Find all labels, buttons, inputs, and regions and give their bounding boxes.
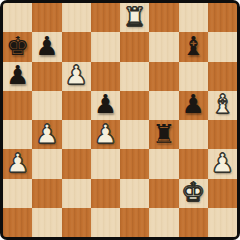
square-c8[interactable]: [62, 3, 91, 32]
square-b5[interactable]: [32, 91, 61, 120]
square-d6[interactable]: [91, 62, 120, 91]
square-a2[interactable]: [3, 179, 32, 208]
square-e5[interactable]: [120, 91, 149, 120]
square-f8[interactable]: [149, 3, 178, 32]
square-b1[interactable]: [32, 208, 61, 237]
square-f3[interactable]: [149, 149, 178, 178]
square-g4[interactable]: [179, 120, 208, 149]
black-bishop[interactable]: ♝: [181, 33, 204, 59]
square-c1[interactable]: [62, 208, 91, 237]
square-a5[interactable]: [3, 91, 32, 120]
square-b3[interactable]: [32, 149, 61, 178]
white-pawn[interactable]: ♟: [64, 62, 87, 88]
white-pawn[interactable]: ♟: [94, 121, 117, 147]
square-d7[interactable]: [91, 32, 120, 61]
square-h1[interactable]: [208, 208, 237, 237]
black-pawn[interactable]: ♟: [94, 91, 117, 117]
square-d1[interactable]: [91, 208, 120, 237]
square-f7[interactable]: [149, 32, 178, 61]
square-c4[interactable]: [62, 120, 91, 149]
square-a4[interactable]: [3, 120, 32, 149]
square-a7[interactable]: ♚: [3, 32, 32, 61]
square-c7[interactable]: [62, 32, 91, 61]
square-h2[interactable]: [208, 179, 237, 208]
square-e3[interactable]: [120, 149, 149, 178]
square-d3[interactable]: [91, 149, 120, 178]
square-h5[interactable]: ♝: [208, 91, 237, 120]
square-b4[interactable]: ♟: [32, 120, 61, 149]
black-king[interactable]: ♚: [6, 33, 29, 59]
square-c2[interactable]: [62, 179, 91, 208]
board-frame: ♜♚♟♝♟♟♟♟♝♟♟♜♟♟♚: [0, 0, 240, 240]
square-h4[interactable]: [208, 120, 237, 149]
white-king[interactable]: ♚: [181, 179, 204, 205]
square-a1[interactable]: [3, 208, 32, 237]
square-e8[interactable]: ♜: [120, 3, 149, 32]
black-pawn[interactable]: ♟: [6, 62, 29, 88]
square-d8[interactable]: [91, 3, 120, 32]
black-pawn[interactable]: ♟: [181, 91, 204, 117]
square-f2[interactable]: [149, 179, 178, 208]
square-f6[interactable]: [149, 62, 178, 91]
white-pawn[interactable]: ♟: [211, 150, 234, 176]
square-a3[interactable]: ♟: [3, 149, 32, 178]
square-e6[interactable]: [120, 62, 149, 91]
square-h8[interactable]: [208, 3, 237, 32]
square-c3[interactable]: [62, 149, 91, 178]
square-g6[interactable]: [179, 62, 208, 91]
square-e2[interactable]: [120, 179, 149, 208]
chess-board: ♜♚♟♝♟♟♟♟♝♟♟♜♟♟♚: [3, 3, 237, 237]
square-g3[interactable]: [179, 149, 208, 178]
square-b7[interactable]: ♟: [32, 32, 61, 61]
square-h7[interactable]: [208, 32, 237, 61]
square-h3[interactable]: ♟: [208, 149, 237, 178]
square-e4[interactable]: [120, 120, 149, 149]
square-g1[interactable]: [179, 208, 208, 237]
square-g5[interactable]: ♟: [179, 91, 208, 120]
white-pawn[interactable]: ♟: [6, 150, 29, 176]
white-pawn[interactable]: ♟: [35, 121, 58, 147]
square-h6[interactable]: [208, 62, 237, 91]
square-a6[interactable]: ♟: [3, 62, 32, 91]
square-c5[interactable]: [62, 91, 91, 120]
square-d5[interactable]: ♟: [91, 91, 120, 120]
square-g7[interactable]: ♝: [179, 32, 208, 61]
square-d4[interactable]: ♟: [91, 120, 120, 149]
square-d2[interactable]: [91, 179, 120, 208]
square-f4[interactable]: ♜: [149, 120, 178, 149]
square-g8[interactable]: [179, 3, 208, 32]
square-e7[interactable]: [120, 32, 149, 61]
square-f1[interactable]: [149, 208, 178, 237]
white-rook[interactable]: ♜: [123, 4, 146, 30]
black-rook[interactable]: ♜: [152, 121, 175, 147]
square-f5[interactable]: [149, 91, 178, 120]
square-c6[interactable]: ♟: [62, 62, 91, 91]
black-pawn[interactable]: ♟: [35, 33, 58, 59]
square-b2[interactable]: [32, 179, 61, 208]
square-g2[interactable]: ♚: [179, 179, 208, 208]
square-a8[interactable]: [3, 3, 32, 32]
square-b6[interactable]: [32, 62, 61, 91]
square-e1[interactable]: [120, 208, 149, 237]
square-b8[interactable]: [32, 3, 61, 32]
white-bishop[interactable]: ♝: [211, 91, 234, 117]
